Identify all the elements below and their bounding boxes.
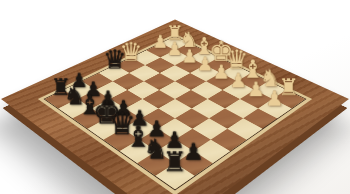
- board-inner-margin: ♜♞♝♚♛♝♞♜♟♟♟♟♟♟♟♟♛♛♟♟♟♟♟♟♟♟♜♞♝♚♛♝♞♜: [38, 34, 312, 194]
- piece-black-queen[interactable]: ♛: [103, 47, 125, 73]
- product-photo-stage: ♜♞♝♚♛♝♞♜♟♟♟♟♟♟♟♟♛♛♟♟♟♟♟♟♟♟♜♞♝♚♛♝♞♜: [0, 0, 350, 194]
- board-scene: ♜♞♝♚♛♝♞♜♟♟♟♟♟♟♟♟♛♛♟♟♟♟♟♟♟♟♜♞♝♚♛♝♞♜: [0, 0, 350, 194]
- chess-board: ♜♞♝♚♛♝♞♜♟♟♟♟♟♟♟♟♛♛♟♟♟♟♟♟♟♟♜♞♝♚♛♝♞♜: [1, 19, 349, 194]
- piece-white-pawn[interactable]: ♟: [263, 88, 287, 108]
- board-frame: ♜♞♝♚♛♝♞♜♟♟♟♟♟♟♟♟♛♛♟♟♟♟♟♟♟♟♜♞♝♚♛♝♞♜: [1, 19, 349, 194]
- piece-black-rook[interactable]: ♜: [161, 148, 188, 175]
